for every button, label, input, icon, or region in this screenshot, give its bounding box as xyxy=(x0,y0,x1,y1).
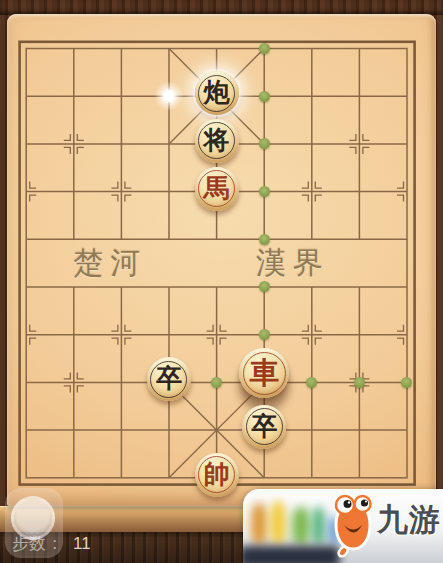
intersection-8-5[interactable] xyxy=(383,263,431,311)
intersection-7-4[interactable] xyxy=(336,215,384,263)
intersection-3-8[interactable] xyxy=(145,406,193,454)
intersection-2-7[interactable] xyxy=(98,358,146,406)
last-move-glow-marker xyxy=(154,81,184,111)
intersection-1-2[interactable] xyxy=(50,120,98,168)
intersection-3-4[interactable] xyxy=(145,215,193,263)
intersection-4-7[interactable] xyxy=(193,358,241,406)
blurred-logo-dark-strip xyxy=(243,546,340,563)
intersection-6-7[interactable] xyxy=(288,358,336,406)
intersection-6-2[interactable] xyxy=(288,120,336,168)
board-grid: 炮将馬卒車卒帥 xyxy=(2,25,430,502)
intersection-1-3[interactable] xyxy=(50,168,98,216)
piece-black-soldier-a[interactable]: 卒 xyxy=(147,357,191,401)
intersection-4-5[interactable] xyxy=(193,263,241,311)
intersection-4-6[interactable] xyxy=(193,311,241,359)
intersection-2-9[interactable] xyxy=(98,454,146,502)
intersection-2-1[interactable] xyxy=(98,72,146,120)
move-hint-dot[interactable] xyxy=(259,91,270,102)
intersection-6-6[interactable] xyxy=(288,311,336,359)
intersection-1-7[interactable] xyxy=(50,358,98,406)
piece-red-horse[interactable]: 馬 xyxy=(195,167,239,211)
intersection-6-0[interactable] xyxy=(288,25,336,73)
intersection-4-0[interactable] xyxy=(193,25,241,73)
intersection-5-2[interactable] xyxy=(240,120,288,168)
move-hint-dot[interactable] xyxy=(259,329,270,340)
intersection-8-1[interactable] xyxy=(383,72,431,120)
move-hint-dot[interactable] xyxy=(259,281,270,292)
move-counter: 步数：11 xyxy=(12,532,91,555)
intersection-1-5[interactable] xyxy=(50,263,98,311)
xiangqi-app-screen: 楚河 漢界 炮将馬卒車卒帥 步数：11 九游 xyxy=(0,0,443,563)
intersection-5-4[interactable] xyxy=(240,215,288,263)
intersection-0-5[interactable] xyxy=(2,263,50,311)
intersection-8-0[interactable] xyxy=(383,25,431,73)
intersection-3-0[interactable] xyxy=(145,25,193,73)
intersection-5-1[interactable] xyxy=(240,72,288,120)
intersection-5-0[interactable] xyxy=(240,25,288,73)
intersection-7-0[interactable] xyxy=(336,25,384,73)
move-hint-dot[interactable] xyxy=(259,43,270,54)
intersection-0-8[interactable] xyxy=(2,406,50,454)
intersection-6-4[interactable] xyxy=(288,215,336,263)
intersection-7-5[interactable] xyxy=(336,263,384,311)
intersection-8-7[interactable] xyxy=(383,358,431,406)
intersection-5-8[interactable]: 卒 xyxy=(240,406,288,454)
intersection-0-6[interactable] xyxy=(2,311,50,359)
move-hint-dot[interactable] xyxy=(306,377,317,388)
intersection-4-8[interactable] xyxy=(193,406,241,454)
intersection-1-6[interactable] xyxy=(50,311,98,359)
intersection-7-6[interactable] xyxy=(336,311,384,359)
piece-black-cannon[interactable]: 炮 xyxy=(195,71,239,115)
intersection-0-0[interactable] xyxy=(2,25,50,73)
piece-black-soldier-b[interactable]: 卒 xyxy=(242,405,286,449)
blurred-logo-stroke-1 xyxy=(251,503,267,545)
intersection-4-9[interactable]: 帥 xyxy=(193,454,241,502)
move-hint-dot[interactable] xyxy=(211,377,222,388)
intersection-3-7[interactable]: 卒 xyxy=(145,358,193,406)
intersection-6-1[interactable] xyxy=(288,72,336,120)
intersection-3-2[interactable] xyxy=(145,120,193,168)
intersection-2-3[interactable] xyxy=(98,168,146,216)
move-hint-dot[interactable] xyxy=(259,234,270,245)
intersection-6-5[interactable] xyxy=(288,263,336,311)
intersection-0-2[interactable] xyxy=(2,120,50,168)
intersection-3-9[interactable] xyxy=(145,454,193,502)
intersection-3-3[interactable] xyxy=(145,168,193,216)
intersection-7-8[interactable] xyxy=(336,406,384,454)
intersection-3-5[interactable] xyxy=(145,263,193,311)
intersection-6-8[interactable] xyxy=(288,406,336,454)
intersection-1-0[interactable] xyxy=(50,25,98,73)
intersection-2-8[interactable] xyxy=(98,406,146,454)
blurred-logo-stroke-4 xyxy=(312,507,325,545)
intersection-1-4[interactable] xyxy=(50,215,98,263)
blurred-logo-stroke-3 xyxy=(292,507,310,545)
piece-black-general[interactable]: 将 xyxy=(195,119,239,163)
piece-red-chariot[interactable]: 車 xyxy=(239,348,289,398)
intersection-5-5[interactable] xyxy=(240,263,288,311)
intersection-0-7[interactable] xyxy=(2,358,50,406)
steps-label: 步数： xyxy=(12,534,63,553)
piece-red-general[interactable]: 帥 xyxy=(195,453,239,497)
move-hint-dot[interactable] xyxy=(259,138,270,149)
intersection-8-2[interactable] xyxy=(383,120,431,168)
blurred-logo-stroke-2 xyxy=(270,501,286,545)
9game-mascot-icon xyxy=(329,492,377,558)
intersection-7-1[interactable] xyxy=(336,72,384,120)
move-hint-dot[interactable] xyxy=(354,377,365,388)
intersection-4-4[interactable] xyxy=(193,215,241,263)
intersection-5-3[interactable] xyxy=(240,168,288,216)
move-hint-dot[interactable] xyxy=(259,186,270,197)
intersection-2-5[interactable] xyxy=(98,263,146,311)
intersection-2-0[interactable] xyxy=(98,25,146,73)
intersection-0-1[interactable] xyxy=(2,72,50,120)
intersection-1-8[interactable] xyxy=(50,406,98,454)
intersection-4-1[interactable]: 炮 xyxy=(193,72,241,120)
9game-watermark: 九游 xyxy=(243,489,443,563)
intersection-0-4[interactable] xyxy=(2,215,50,263)
intersection-0-3[interactable] xyxy=(2,168,50,216)
intersection-2-4[interactable] xyxy=(98,215,146,263)
intersection-7-2[interactable] xyxy=(336,120,384,168)
intersection-7-3[interactable] xyxy=(336,168,384,216)
intersection-3-6[interactable] xyxy=(145,311,193,359)
move-hint-dot[interactable] xyxy=(401,377,412,388)
intersection-8-3[interactable] xyxy=(383,168,431,216)
intersection-3-1[interactable] xyxy=(145,72,193,120)
intersection-1-1[interactable] xyxy=(50,72,98,120)
intersection-5-7[interactable]: 車 xyxy=(240,358,288,406)
9game-brand-text: 九游 xyxy=(377,499,441,541)
intersection-2-2[interactable] xyxy=(98,120,146,168)
intersection-6-3[interactable] xyxy=(288,168,336,216)
intersection-8-8[interactable] xyxy=(383,406,431,454)
intersection-4-2[interactable]: 将 xyxy=(193,120,241,168)
intersection-2-6[interactable] xyxy=(98,311,146,359)
intersection-8-4[interactable] xyxy=(383,215,431,263)
intersection-4-3[interactable]: 馬 xyxy=(193,168,241,216)
steps-value: 11 xyxy=(73,534,91,553)
intersection-7-7[interactable] xyxy=(336,358,384,406)
intersection-8-6[interactable] xyxy=(383,311,431,359)
